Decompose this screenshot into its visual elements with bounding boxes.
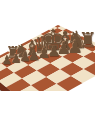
chess-set-photo: ♜♞♝♛♚♝♞♜♟♟♟♟♟♟♟♟: [0, 0, 95, 126]
pieces-layer: ♜♞♝♛♚♝♞♜♟♟♟♟♟♟♟♟: [0, 0, 95, 91]
photo-area: ♜♞♝♛♚♝♞♜♟♟♟♟♟♟♟♟: [0, 0, 95, 91]
chess-piece-pawn[interactable]: ♟: [67, 38, 83, 56]
